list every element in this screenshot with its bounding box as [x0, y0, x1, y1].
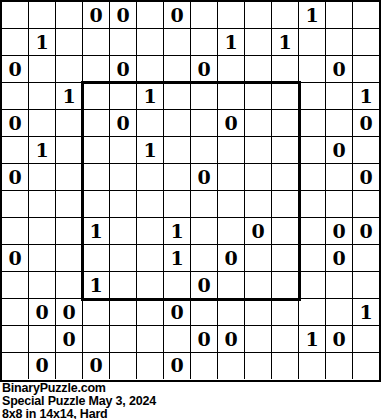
cell-r7c10[interactable] — [245, 164, 272, 191]
cell-r4c2[interactable] — [29, 83, 56, 110]
cell-r6c10[interactable] — [245, 137, 272, 164]
cell-r6c6: 1 — [137, 137, 164, 164]
cell-r11c3[interactable] — [56, 272, 83, 299]
cell-r5c13[interactable] — [326, 110, 353, 137]
cell-r14c3[interactable] — [56, 353, 83, 379]
cell-r3c1: 0 — [2, 56, 29, 83]
cell-r1c9[interactable] — [218, 2, 245, 29]
cell-r9c12[interactable] — [299, 218, 326, 245]
cell-r14c14[interactable] — [353, 353, 379, 379]
cell-r14c11[interactable] — [272, 353, 299, 379]
cell-r2c14[interactable] — [353, 29, 379, 56]
cell-r5c12[interactable] — [299, 110, 326, 137]
cell-r2c10[interactable] — [245, 29, 272, 56]
cell-r3c13: 0 — [326, 56, 353, 83]
cell-r14c6[interactable] — [137, 353, 164, 379]
cell-r13c6[interactable] — [137, 326, 164, 353]
cell-r10c3[interactable] — [56, 245, 83, 272]
cell-r1c4: 0 — [83, 2, 110, 29]
cell-r13c10[interactable] — [245, 326, 272, 353]
cell-r13c5[interactable] — [110, 326, 137, 353]
cell-r3c6[interactable] — [137, 56, 164, 83]
cell-r3c7[interactable] — [164, 56, 191, 83]
cell-r13c4[interactable] — [83, 326, 110, 353]
cell-r1c12: 1 — [299, 2, 326, 29]
cell-r5c7[interactable] — [164, 110, 191, 137]
cell-r12c12[interactable] — [299, 299, 326, 326]
cell-r7c13[interactable] — [326, 164, 353, 191]
cell-r11c9[interactable] — [218, 272, 245, 299]
cell-r10c5[interactable] — [110, 245, 137, 272]
cell-r2c6[interactable] — [137, 29, 164, 56]
cell-r9c7: 1 — [164, 218, 191, 245]
cell-r5c11[interactable] — [272, 110, 299, 137]
cell-r11c13[interactable] — [326, 272, 353, 299]
cell-r1c6[interactable] — [137, 2, 164, 29]
cell-r14c5[interactable] — [110, 353, 137, 379]
cell-r2c11: 1 — [272, 29, 299, 56]
cell-r2c1[interactable] — [2, 29, 29, 56]
cell-r8c4[interactable] — [83, 191, 110, 218]
cell-r3c3[interactable] — [56, 56, 83, 83]
cell-r3c5: 0 — [110, 56, 137, 83]
cell-r14c4: 0 — [83, 353, 110, 379]
cell-r7c1: 0 — [2, 164, 29, 191]
cell-r1c7: 0 — [164, 2, 191, 29]
cell-r2c9: 1 — [218, 29, 245, 56]
cell-r10c7: 1 — [164, 245, 191, 272]
cell-r2c5[interactable] — [110, 29, 137, 56]
cell-r7c2[interactable] — [29, 164, 56, 191]
cell-r4c10[interactable] — [245, 83, 272, 110]
cell-r10c2[interactable] — [29, 245, 56, 272]
cell-r11c12[interactable] — [299, 272, 326, 299]
cell-r12c1[interactable] — [2, 299, 29, 326]
cell-r13c2[interactable] — [29, 326, 56, 353]
cell-r1c13[interactable] — [326, 2, 353, 29]
cell-r6c7[interactable] — [164, 137, 191, 164]
cell-r13c12: 1 — [299, 326, 326, 353]
cell-r8c11[interactable] — [272, 191, 299, 218]
cell-r10c9: 0 — [218, 245, 245, 272]
cell-r8c8[interactable] — [191, 191, 218, 218]
cell-r10c11[interactable] — [272, 245, 299, 272]
cell-r9c6[interactable] — [137, 218, 164, 245]
cell-r8c13[interactable] — [326, 191, 353, 218]
caption-site: BinaryPuzzle.com — [2, 382, 381, 395]
cell-r14c8[interactable] — [191, 353, 218, 379]
cell-r14c9[interactable] — [218, 353, 245, 379]
cell-r13c1[interactable] — [2, 326, 29, 353]
cell-r14c7: 0 — [164, 353, 191, 379]
cell-r11c4: 1 — [83, 272, 110, 299]
cell-r10c1: 0 — [2, 245, 29, 272]
cell-r2c2: 1 — [29, 29, 56, 56]
cell-r9c11[interactable] — [272, 218, 299, 245]
cell-r1c1[interactable] — [2, 2, 29, 29]
cell-r1c8[interactable] — [191, 2, 218, 29]
cell-r8c3[interactable] — [56, 191, 83, 218]
cell-r3c8: 0 — [191, 56, 218, 83]
cell-r7c11[interactable] — [272, 164, 299, 191]
cell-r14c2: 0 — [29, 353, 56, 379]
cell-r6c8[interactable] — [191, 137, 218, 164]
cell-r7c4[interactable] — [83, 164, 110, 191]
cell-r4c12[interactable] — [299, 83, 326, 110]
cell-r10c4[interactable] — [83, 245, 110, 272]
cell-r5c9: 0 — [218, 110, 245, 137]
cell-r11c2[interactable] — [29, 272, 56, 299]
cell-r9c10: 0 — [245, 218, 272, 245]
cell-r6c3[interactable] — [56, 137, 83, 164]
cell-r11c5[interactable] — [110, 272, 137, 299]
cell-r10c6[interactable] — [137, 245, 164, 272]
cell-r7c14: 0 — [353, 164, 379, 191]
cell-r3c9[interactable] — [218, 56, 245, 83]
cell-r14c13[interactable] — [326, 353, 353, 379]
cell-r7c3[interactable] — [56, 164, 83, 191]
cell-r8c9[interactable] — [218, 191, 245, 218]
cell-r6c5[interactable] — [110, 137, 137, 164]
binary-puzzle: 0001111000011100001100001100001001000010… — [0, 0, 381, 382]
cell-r3c10[interactable] — [245, 56, 272, 83]
cell-r3c11[interactable] — [272, 56, 299, 83]
cell-r5c6[interactable] — [137, 110, 164, 137]
cell-r14c1[interactable] — [2, 353, 29, 379]
cell-r2c3[interactable] — [56, 29, 83, 56]
cell-r11c6[interactable] — [137, 272, 164, 299]
cell-r3c2[interactable] — [29, 56, 56, 83]
cell-r13c11[interactable] — [272, 326, 299, 353]
cell-r8c6[interactable] — [137, 191, 164, 218]
cell-r1c5: 0 — [110, 2, 137, 29]
cell-r14c12[interactable] — [299, 353, 326, 379]
cell-r12c6[interactable] — [137, 299, 164, 326]
cell-r6c14[interactable] — [353, 137, 379, 164]
cell-r9c8[interactable] — [191, 218, 218, 245]
cell-r5c4[interactable] — [83, 110, 110, 137]
cell-r6c11[interactable] — [272, 137, 299, 164]
cell-r5c2[interactable] — [29, 110, 56, 137]
cell-r5c10[interactable] — [245, 110, 272, 137]
cell-r3c12[interactable] — [299, 56, 326, 83]
cell-r12c10[interactable] — [245, 299, 272, 326]
cell-r13c7[interactable] — [164, 326, 191, 353]
cell-r3c14[interactable] — [353, 56, 379, 83]
cell-r12c5[interactable] — [110, 299, 137, 326]
cell-r2c8[interactable] — [191, 29, 218, 56]
cell-r8c14[interactable] — [353, 191, 379, 218]
cell-r6c12[interactable] — [299, 137, 326, 164]
cell-r10c14[interactable] — [353, 245, 379, 272]
cell-r6c1[interactable] — [2, 137, 29, 164]
cell-r8c10[interactable] — [245, 191, 272, 218]
cell-r9c2[interactable] — [29, 218, 56, 245]
cell-r5c3[interactable] — [56, 110, 83, 137]
cell-r4c13[interactable] — [326, 83, 353, 110]
cell-r8c2[interactable] — [29, 191, 56, 218]
cell-r4c11[interactable] — [272, 83, 299, 110]
cell-r7c5[interactable] — [110, 164, 137, 191]
cell-r13c13: 0 — [326, 326, 353, 353]
cell-r4c5[interactable] — [110, 83, 137, 110]
cell-r10c8[interactable] — [191, 245, 218, 272]
cell-r11c11[interactable] — [272, 272, 299, 299]
cell-r12c2: 0 — [29, 299, 56, 326]
cell-r4c14: 1 — [353, 83, 379, 110]
cell-r8c7[interactable] — [164, 191, 191, 218]
cell-r11c8: 0 — [191, 272, 218, 299]
cell-r1c2[interactable] — [29, 2, 56, 29]
cell-r7c6[interactable] — [137, 164, 164, 191]
cell-r6c2: 1 — [29, 137, 56, 164]
cell-r10c13: 0 — [326, 245, 353, 272]
cell-r13c9: 0 — [218, 326, 245, 353]
cell-r8c12[interactable] — [299, 191, 326, 218]
cell-r11c7[interactable] — [164, 272, 191, 299]
cell-r1c3[interactable] — [56, 2, 83, 29]
cell-r9c14: 0 — [353, 218, 379, 245]
cell-r5c5: 0 — [110, 110, 137, 137]
caption-title: Special Puzzle May 3, 2024 — [2, 395, 381, 408]
cell-r2c4[interactable] — [83, 29, 110, 56]
cell-r4c4[interactable] — [83, 83, 110, 110]
cell-r9c4: 1 — [83, 218, 110, 245]
cell-r3c4[interactable] — [83, 56, 110, 83]
cell-r4c8[interactable] — [191, 83, 218, 110]
cell-r9c1[interactable] — [2, 218, 29, 245]
cell-r5c14: 0 — [353, 110, 379, 137]
cell-r12c9[interactable] — [218, 299, 245, 326]
cell-r8c1[interactable] — [2, 191, 29, 218]
cell-r5c8[interactable] — [191, 110, 218, 137]
cell-r13c3: 0 — [56, 326, 83, 353]
cell-r12c13[interactable] — [326, 299, 353, 326]
cell-r7c8: 0 — [191, 164, 218, 191]
puzzle-grid: 0001111000011100001100001100001001000010… — [0, 0, 381, 382]
cell-r9c5[interactable] — [110, 218, 137, 245]
cell-r12c14: 1 — [353, 299, 379, 326]
cell-r2c13[interactable] — [326, 29, 353, 56]
cell-r10c12[interactable] — [299, 245, 326, 272]
cell-r11c14[interactable] — [353, 272, 379, 299]
cell-r1c10[interactable] — [245, 2, 272, 29]
caption: BinaryPuzzle.com Special Puzzle May 3, 2… — [0, 382, 381, 419]
cell-r6c13: 0 — [326, 137, 353, 164]
cell-r4c3: 1 — [56, 83, 83, 110]
cell-r5c1: 0 — [2, 110, 29, 137]
cell-r7c12[interactable] — [299, 164, 326, 191]
cell-r12c7: 0 — [164, 299, 191, 326]
cell-r13c8: 0 — [191, 326, 218, 353]
cell-r1c14[interactable] — [353, 2, 379, 29]
cell-r12c11[interactable] — [272, 299, 299, 326]
cell-r6c4[interactable] — [83, 137, 110, 164]
cell-r12c4[interactable] — [83, 299, 110, 326]
cell-r4c7[interactable] — [164, 83, 191, 110]
cell-r6c9[interactable] — [218, 137, 245, 164]
cell-r14c10[interactable] — [245, 353, 272, 379]
cell-r7c7[interactable] — [164, 164, 191, 191]
cell-r10c10[interactable] — [245, 245, 272, 272]
cell-r8c5[interactable] — [110, 191, 137, 218]
cell-r9c9[interactable] — [218, 218, 245, 245]
cell-r4c9[interactable] — [218, 83, 245, 110]
cell-r9c13: 0 — [326, 218, 353, 245]
cell-r12c8[interactable] — [191, 299, 218, 326]
cell-r13c14[interactable] — [353, 326, 379, 353]
cell-r1c11[interactable] — [272, 2, 299, 29]
cell-r2c12[interactable] — [299, 29, 326, 56]
cell-r2c7[interactable] — [164, 29, 191, 56]
cell-r7c9[interactable] — [218, 164, 245, 191]
cell-r12c3: 0 — [56, 299, 83, 326]
cell-r4c6: 1 — [137, 83, 164, 110]
cell-r9c3[interactable] — [56, 218, 83, 245]
caption-spec: 8x8 in 14x14, Hard — [2, 408, 381, 419]
cell-r11c1[interactable] — [2, 272, 29, 299]
cell-r11c10[interactable] — [245, 272, 272, 299]
cell-r4c1[interactable] — [2, 83, 29, 110]
